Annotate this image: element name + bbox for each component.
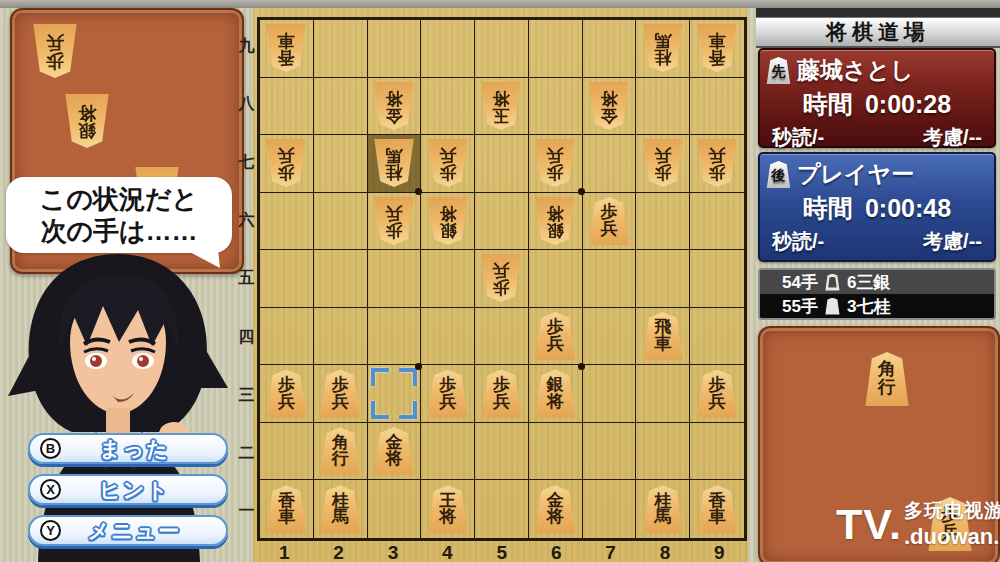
rank-label: 六 bbox=[238, 192, 255, 250]
piece-歩兵[interactable]: 歩兵 bbox=[480, 254, 522, 302]
square-2四[interactable] bbox=[314, 308, 368, 366]
square-4七[interactable]: 歩兵 bbox=[421, 135, 475, 193]
app-title: 将棋道場 bbox=[756, 17, 1000, 48]
file-label: 9 bbox=[692, 542, 746, 562]
sente-byoyomi: 秒読/- bbox=[772, 124, 824, 151]
square-7五[interactable] bbox=[583, 250, 637, 308]
square-3五[interactable] bbox=[368, 250, 422, 308]
piece-桂馬[interactable]: 桂馬 bbox=[319, 485, 361, 533]
file-label: 8 bbox=[638, 542, 692, 562]
sente-time-label: 時間 bbox=[803, 88, 853, 121]
piece-香車[interactable]: 香車 bbox=[696, 24, 738, 72]
piece-金将[interactable]: 金将 bbox=[373, 82, 415, 130]
file-label: 5 bbox=[475, 542, 529, 562]
square-3四[interactable] bbox=[368, 308, 422, 366]
piece-香車[interactable]: 香車 bbox=[265, 485, 307, 533]
gote-consideration: 考慮/-- bbox=[923, 228, 982, 255]
piece-歩兵[interactable]: 歩兵 bbox=[534, 139, 576, 187]
square-9九[interactable]: 香車 bbox=[690, 20, 744, 78]
sente-player-name: 藤城さとし bbox=[797, 55, 914, 86]
top-strip bbox=[0, 0, 1000, 8]
square-9三[interactable]: 歩兵 bbox=[690, 365, 744, 423]
square-9一[interactable]: 香車 bbox=[690, 480, 744, 538]
watermark-tv: TV. bbox=[836, 500, 902, 549]
square-7一[interactable] bbox=[583, 480, 637, 538]
sente-time-value: 0:00:28 bbox=[865, 90, 951, 119]
button-label: ヒント bbox=[61, 476, 208, 504]
piece-金将[interactable]: 金将 bbox=[534, 485, 576, 533]
square-1三[interactable]: 歩兵 bbox=[260, 365, 314, 423]
square-6四[interactable]: 歩兵 bbox=[529, 308, 583, 366]
square-6三[interactable]: 銀将 bbox=[529, 365, 583, 423]
gamepad-key-X-icon: X bbox=[40, 479, 61, 500]
square-3三[interactable] bbox=[368, 365, 422, 423]
square-7八[interactable]: 金将 bbox=[583, 78, 637, 136]
square-9八[interactable] bbox=[690, 78, 744, 136]
square-4八[interactable] bbox=[421, 78, 475, 136]
gote-player-panel: 後 プレイヤー 時間 0:00:48 秒読/- 考慮/-- bbox=[758, 152, 996, 262]
piece-香車[interactable]: 香車 bbox=[265, 24, 307, 72]
square-8八[interactable] bbox=[636, 78, 690, 136]
move-entry: 55手3七桂 bbox=[760, 294, 994, 318]
square-5三[interactable]: 歩兵 bbox=[475, 365, 529, 423]
piece-歩兵[interactable]: 歩兵 bbox=[265, 139, 307, 187]
square-5四[interactable] bbox=[475, 308, 529, 366]
square-2五[interactable] bbox=[314, 250, 368, 308]
square-1七[interactable]: 歩兵 bbox=[260, 135, 314, 193]
gamepad-key-B-icon: B bbox=[40, 438, 61, 459]
piece-金将[interactable]: 金将 bbox=[373, 427, 415, 475]
move-number: 55手 bbox=[782, 295, 818, 318]
square-5五[interactable]: 歩兵 bbox=[475, 250, 529, 308]
square-8一[interactable]: 桂馬 bbox=[636, 480, 690, 538]
square-8七[interactable]: 歩兵 bbox=[636, 135, 690, 193]
square-6九[interactable] bbox=[529, 20, 583, 78]
square-3八[interactable]: 金将 bbox=[368, 78, 422, 136]
square-9二[interactable] bbox=[690, 423, 744, 481]
square-8四[interactable]: 飛車 bbox=[636, 308, 690, 366]
piece-金将[interactable]: 金将 bbox=[588, 82, 630, 130]
sente-consideration: 考慮/-- bbox=[923, 124, 982, 151]
square-5六[interactable] bbox=[475, 193, 529, 251]
square-2八[interactable] bbox=[314, 78, 368, 136]
file-label: 2 bbox=[311, 542, 365, 562]
square-4一[interactable]: 王将 bbox=[421, 480, 475, 538]
square-8三[interactable] bbox=[636, 365, 690, 423]
move-list: 54手6三銀55手3七桂 bbox=[758, 268, 996, 320]
selection-cursor bbox=[371, 368, 418, 419]
move-text: 3七桂 bbox=[847, 295, 890, 318]
square-4五[interactable] bbox=[421, 250, 475, 308]
watermark-line2: .duowan.com bbox=[904, 524, 1000, 550]
header-dark-strip bbox=[756, 8, 1000, 17]
sente-badge-icon: 先 bbox=[766, 57, 791, 84]
square-2七[interactable] bbox=[314, 135, 368, 193]
background: 歩兵銀将飛車 香車桂馬香車金将玉将金将歩兵桂馬歩兵歩兵歩兵歩兵歩兵銀将銀将歩兵歩… bbox=[0, 0, 1000, 562]
square-1四[interactable] bbox=[260, 308, 314, 366]
piece-飛車[interactable]: 飛車 bbox=[642, 312, 684, 360]
rank-label: 五 bbox=[238, 250, 255, 308]
button-メニュー[interactable]: Yメニュー bbox=[28, 515, 228, 546]
square-6二[interactable] bbox=[529, 423, 583, 481]
move-number: 54手 bbox=[782, 271, 818, 294]
square-6五[interactable] bbox=[529, 250, 583, 308]
hoshi-dot bbox=[578, 188, 585, 195]
piece-歩兵[interactable]: 歩兵 bbox=[534, 312, 576, 360]
square-5一[interactable] bbox=[475, 480, 529, 538]
square-1一[interactable]: 香車 bbox=[260, 480, 314, 538]
gote-time-value: 0:00:48 bbox=[865, 194, 951, 223]
piece-歩兵[interactable]: 歩兵 bbox=[265, 370, 307, 418]
piece-歩兵[interactable]: 歩兵 bbox=[427, 139, 469, 187]
square-7二[interactable] bbox=[583, 423, 637, 481]
file-label: 4 bbox=[420, 542, 474, 562]
button-label: まった bbox=[61, 435, 208, 463]
square-1九[interactable]: 香車 bbox=[260, 20, 314, 78]
square-1五[interactable] bbox=[260, 250, 314, 308]
gote-byoyomi: 秒読/- bbox=[772, 228, 824, 255]
piece-歩兵[interactable]: 歩兵 bbox=[588, 197, 630, 245]
gamepad-key-Y-icon: Y bbox=[40, 520, 61, 541]
button-まった[interactable]: Bまった bbox=[28, 433, 228, 464]
square-2三[interactable]: 歩兵 bbox=[314, 365, 368, 423]
rank-label: 三 bbox=[238, 366, 255, 424]
piece-銀将[interactable]: 銀将 bbox=[64, 94, 110, 148]
square-1八[interactable] bbox=[260, 78, 314, 136]
gote-badge-icon: 後 bbox=[766, 161, 791, 188]
square-8六[interactable] bbox=[636, 193, 690, 251]
sente-player-panel: 先 藤城さとし 時間 0:00:28 秒読/- 考慮/-- bbox=[758, 48, 996, 148]
square-3二[interactable]: 金将 bbox=[368, 423, 422, 481]
button-label: メニュー bbox=[61, 517, 208, 545]
square-3六[interactable]: 歩兵 bbox=[368, 193, 422, 251]
rank-label: 七 bbox=[238, 133, 255, 191]
button-ヒント[interactable]: Xヒント bbox=[28, 474, 228, 505]
rank-label: 八 bbox=[238, 75, 255, 133]
speech-line-1: この状況だと bbox=[40, 183, 198, 216]
gote-piece-icon bbox=[825, 274, 840, 291]
square-2二[interactable]: 角行 bbox=[314, 423, 368, 481]
square-7三[interactable] bbox=[583, 365, 637, 423]
rank-label: 九 bbox=[238, 17, 255, 75]
square-5二[interactable] bbox=[475, 423, 529, 481]
square-2九[interactable] bbox=[314, 20, 368, 78]
piece-香車[interactable]: 香車 bbox=[696, 485, 738, 533]
square-3九[interactable] bbox=[368, 20, 422, 78]
square-2六[interactable] bbox=[314, 193, 368, 251]
square-2一[interactable]: 桂馬 bbox=[314, 480, 368, 538]
square-6八[interactable] bbox=[529, 78, 583, 136]
piece-歩兵[interactable]: 歩兵 bbox=[642, 139, 684, 187]
piece-角行[interactable]: 角行 bbox=[864, 352, 910, 406]
file-label: 3 bbox=[366, 542, 420, 562]
piece-歩兵[interactable]: 歩兵 bbox=[427, 370, 469, 418]
piece-玉将[interactable]: 玉将 bbox=[480, 82, 522, 130]
rank-label: 一 bbox=[238, 483, 255, 541]
square-5七[interactable] bbox=[475, 135, 529, 193]
square-8二[interactable] bbox=[636, 423, 690, 481]
square-9六[interactable] bbox=[690, 193, 744, 251]
square-3七[interactable]: 桂馬 bbox=[368, 135, 422, 193]
piece-銀将[interactable]: 銀将 bbox=[534, 197, 576, 245]
piece-桂馬[interactable]: 桂馬 bbox=[642, 24, 684, 72]
file-label: 1 bbox=[257, 542, 311, 562]
square-7九[interactable] bbox=[583, 20, 637, 78]
hoshi-dot bbox=[415, 363, 422, 370]
square-6七[interactable]: 歩兵 bbox=[529, 135, 583, 193]
piece-歩兵[interactable]: 歩兵 bbox=[480, 370, 522, 418]
square-4九[interactable] bbox=[421, 20, 475, 78]
square-9四[interactable] bbox=[690, 308, 744, 366]
square-9五[interactable] bbox=[690, 250, 744, 308]
square-3一[interactable] bbox=[368, 480, 422, 538]
rank-label: 二 bbox=[238, 424, 255, 482]
piece-桂馬[interactable]: 桂馬 bbox=[373, 139, 415, 187]
piece-角行[interactable]: 角行 bbox=[319, 427, 361, 475]
square-8五[interactable] bbox=[636, 250, 690, 308]
piece-歩兵[interactable]: 歩兵 bbox=[32, 24, 78, 78]
board-grid: 香車桂馬香車金将玉将金将歩兵桂馬歩兵歩兵歩兵歩兵歩兵銀将銀将歩兵歩兵歩兵飛車歩兵… bbox=[257, 17, 747, 541]
move-text: 6三銀 bbox=[847, 271, 890, 294]
piece-王将[interactable]: 王将 bbox=[427, 485, 469, 533]
square-1二[interactable] bbox=[260, 423, 314, 481]
move-entry: 54手6三銀 bbox=[760, 270, 994, 294]
square-4六[interactable]: 銀将 bbox=[421, 193, 475, 251]
sente-piece-icon bbox=[825, 298, 840, 315]
square-7六[interactable]: 歩兵 bbox=[583, 193, 637, 251]
gote-time-label: 時間 bbox=[803, 192, 853, 225]
piece-桂馬[interactable]: 桂馬 bbox=[642, 485, 684, 533]
square-9七[interactable]: 歩兵 bbox=[690, 135, 744, 193]
square-4三[interactable]: 歩兵 bbox=[421, 365, 475, 423]
file-label: 7 bbox=[583, 542, 637, 562]
square-5九[interactable] bbox=[475, 20, 529, 78]
square-4二[interactable] bbox=[421, 423, 475, 481]
piece-銀将[interactable]: 銀将 bbox=[427, 197, 469, 245]
piece-歩兵[interactable]: 歩兵 bbox=[373, 197, 415, 245]
hoshi-dot bbox=[578, 363, 585, 370]
piece-歩兵[interactable]: 歩兵 bbox=[696, 370, 738, 418]
square-8九[interactable]: 桂馬 bbox=[636, 20, 690, 78]
watermark: TV. 多玩电视游戏 .duowan.com bbox=[836, 498, 1000, 550]
rank-label: 四 bbox=[238, 308, 255, 366]
speech-line-2: 次の手は…… bbox=[40, 215, 197, 248]
square-6六[interactable]: 銀将 bbox=[529, 193, 583, 251]
hoshi-dot bbox=[415, 188, 422, 195]
watermark-line1: 多玩电视游戏 bbox=[904, 498, 1000, 524]
square-7四[interactable] bbox=[583, 308, 637, 366]
square-7七[interactable] bbox=[583, 135, 637, 193]
file-label: 6 bbox=[529, 542, 583, 562]
gote-player-name: プレイヤー bbox=[797, 159, 914, 190]
piece-歩兵[interactable]: 歩兵 bbox=[319, 370, 361, 418]
square-4四[interactable] bbox=[421, 308, 475, 366]
square-1六[interactable] bbox=[260, 193, 314, 251]
piece-銀将[interactable]: 銀将 bbox=[534, 370, 576, 418]
square-5八[interactable]: 玉将 bbox=[475, 78, 529, 136]
speech-bubble: この状況だと 次の手は…… bbox=[6, 177, 232, 253]
piece-歩兵[interactable]: 歩兵 bbox=[696, 139, 738, 187]
square-6一[interactable]: 金将 bbox=[529, 480, 583, 538]
